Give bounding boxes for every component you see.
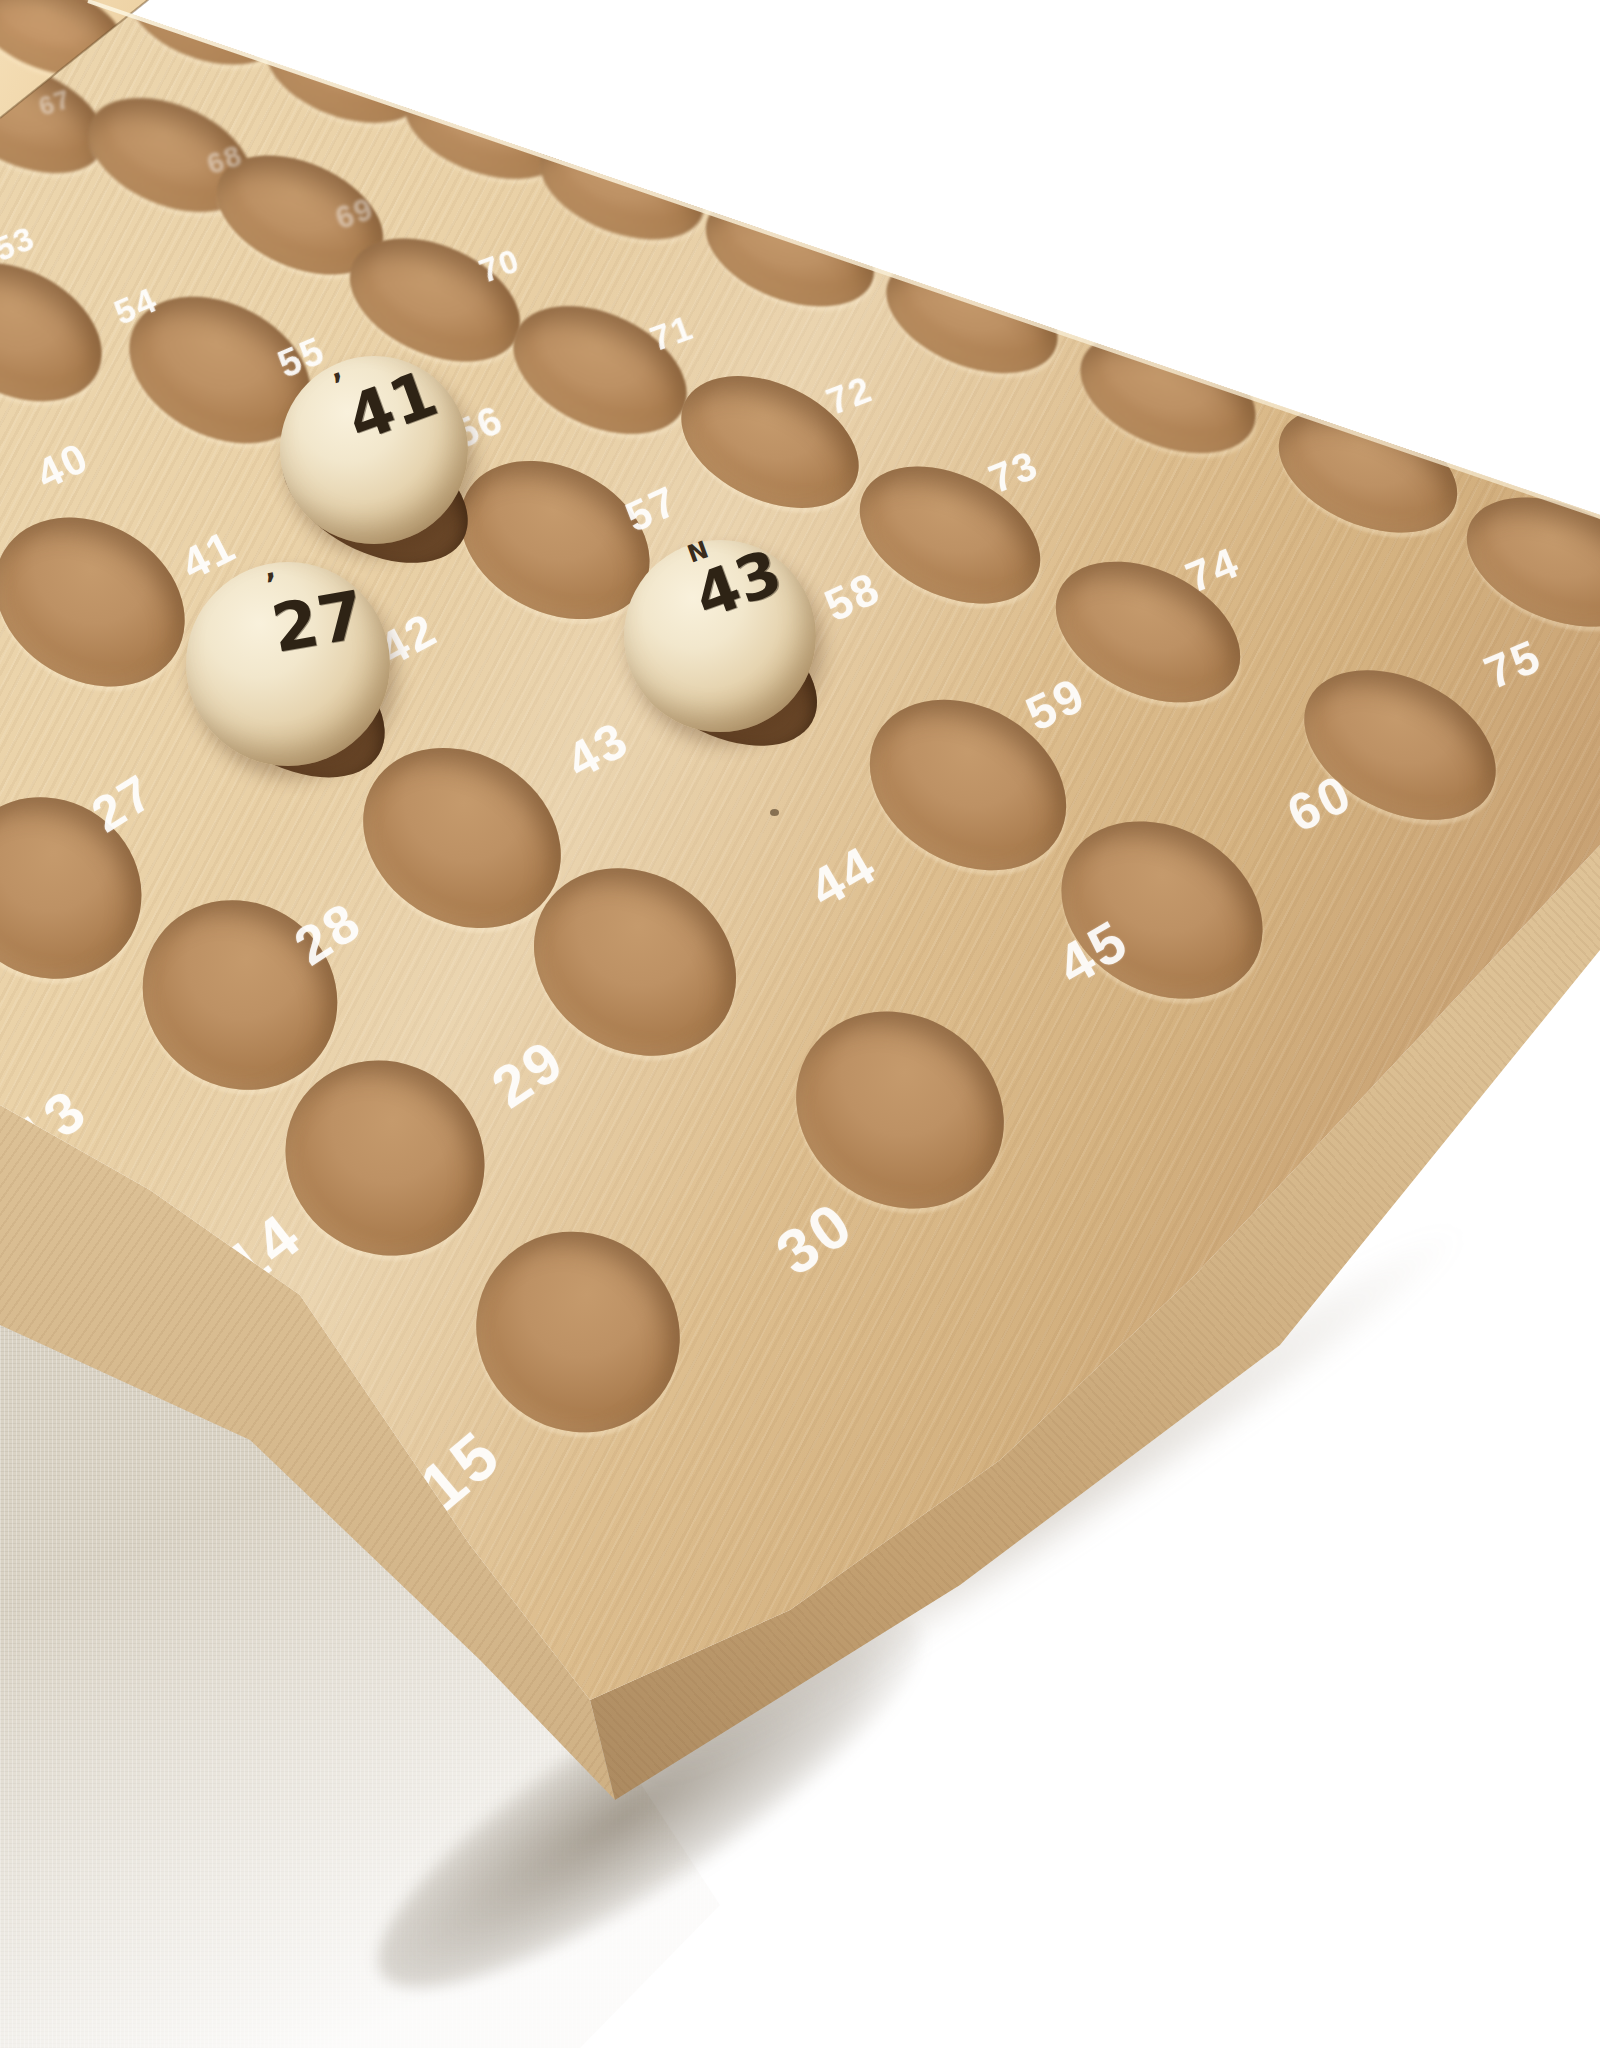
hole-label-75: 75: [1476, 628, 1549, 700]
hole-label-30: 30: [763, 1187, 866, 1289]
hole-label-53: 53: [0, 219, 41, 269]
wood-knot-speck: [770, 809, 779, 816]
hole-26[interactable]: [0, 484, 216, 721]
hole-label-40: 40: [29, 433, 97, 499]
hole-71[interactable]: [690, 172, 890, 328]
hole-75[interactable]: [1447, 472, 1600, 652]
hole-label-29: 29: [480, 1025, 577, 1121]
hole-label-59: 59: [1017, 666, 1094, 741]
hole-label-43: 43: [557, 710, 639, 791]
hole-label-58: 58: [817, 562, 889, 633]
hole-45[interactable]: [1029, 786, 1295, 1034]
hole-56[interactable]: [493, 280, 707, 459]
ball-27-number: 27: [266, 576, 370, 668]
hole-39[interactable]: [0, 235, 125, 429]
bingo-board-photo: 6768697071727374755354555657585960404142…: [0, 0, 1600, 2048]
hole-label-44: 44: [799, 833, 888, 920]
hole-72[interactable]: [869, 234, 1074, 396]
